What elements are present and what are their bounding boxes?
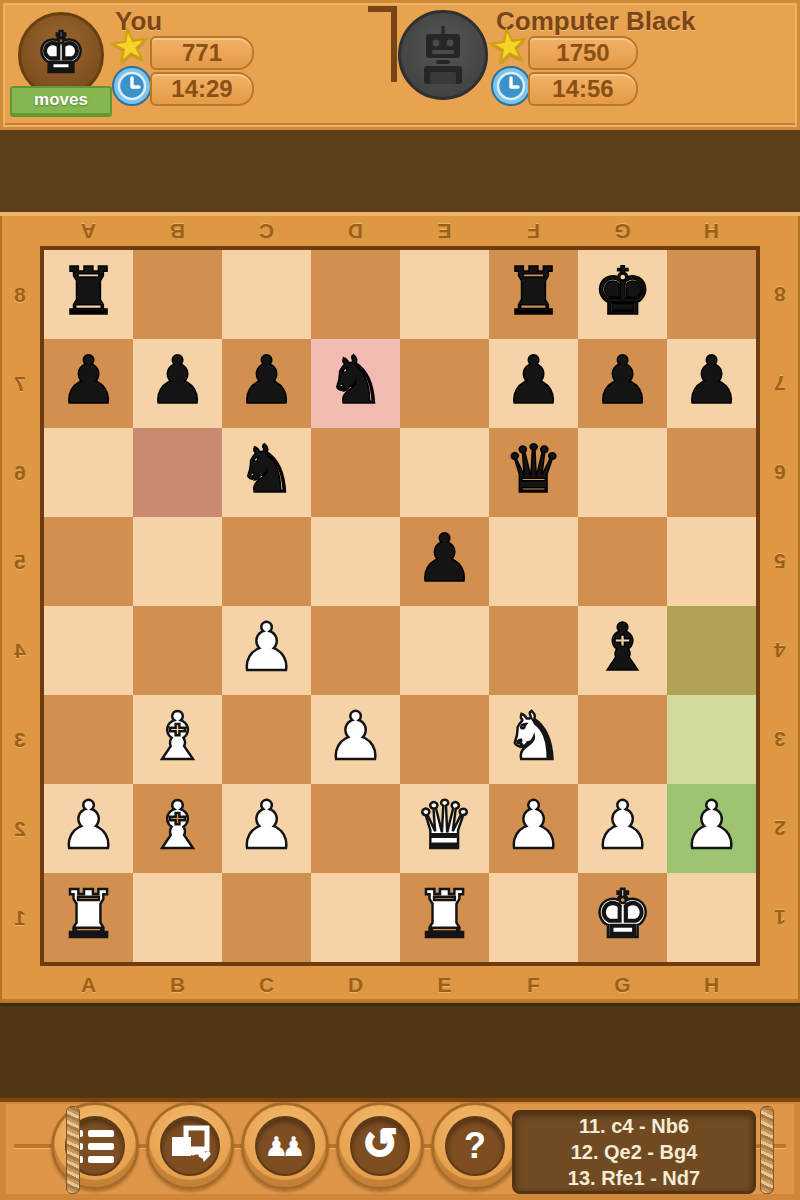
player-bar: ♚ moves You ★ 771 14:29 Computer <box>0 0 800 130</box>
square-a5[interactable] <box>44 517 133 606</box>
black-rating: 1750 <box>528 36 638 70</box>
square-e7[interactable] <box>400 339 489 428</box>
square-h4[interactable] <box>667 606 756 695</box>
move-list: 11. c4 - Nb612. Qe2 - Bg413. Rfe1 - Nd7 <box>512 1110 756 1194</box>
piece-black-pawn[interactable]: ♟ <box>237 348 296 414</box>
chess-board-frame: AABBCCDDEEFFGGHH8877665544332211 ♜♜♚♟♟♟♞… <box>0 212 800 1003</box>
square-f4[interactable] <box>489 606 578 695</box>
rank-label-left-3: 3 <box>0 695 40 784</box>
move-list-entry: 12. Qe2 - Bg4 <box>515 1139 753 1165</box>
rank-label-left-2: 2 <box>0 784 40 873</box>
square-h5[interactable] <box>667 517 756 606</box>
piece-white-king[interactable]: ♚ <box>593 882 652 948</box>
square-e8[interactable] <box>400 250 489 339</box>
square-f6[interactable]: ♛ <box>489 428 578 517</box>
square-b2[interactable]: ♝ <box>133 784 222 873</box>
square-c3[interactable] <box>222 695 311 784</box>
rank-label-left-5: 5 <box>0 517 40 606</box>
square-g5[interactable] <box>578 517 667 606</box>
piece-black-king[interactable]: ♚ <box>593 259 652 325</box>
square-e1[interactable]: ♜ <box>400 873 489 962</box>
square-c4[interactable]: ♟ <box>222 606 311 695</box>
square-d1[interactable] <box>311 873 400 962</box>
square-d8[interactable] <box>311 250 400 339</box>
move-list-entry: 13. Rfe1 - Nd7 <box>515 1165 753 1191</box>
file-label-top-h: H <box>667 216 756 246</box>
square-e5[interactable]: ♟ <box>400 517 489 606</box>
piece-black-pawn[interactable]: ♟ <box>593 348 652 414</box>
file-label-bottom-g: G <box>578 970 667 1000</box>
square-g1[interactable]: ♚ <box>578 873 667 962</box>
file-label-top-c: C <box>222 216 311 246</box>
rank-label-right-6: 6 <box>760 428 800 517</box>
star-icon: ★ <box>486 21 531 70</box>
piece-black-pawn[interactable]: ♟ <box>504 348 563 414</box>
piece-white-bishop[interactable]: ♝ <box>148 704 207 770</box>
pawns-icon: ♟♟ <box>264 1133 305 1160</box>
piece-black-rook[interactable]: ♜ <box>59 259 118 325</box>
rank-label-right-7: 7 <box>760 339 800 428</box>
black-player-avatar <box>398 10 488 100</box>
square-f2[interactable]: ♟ <box>489 784 578 873</box>
white-clock: 14:29 <box>150 72 254 106</box>
rope-decoration <box>760 1106 774 1194</box>
square-b6[interactable] <box>133 428 222 517</box>
rank-label-right-8: 8 <box>760 250 800 339</box>
flip-board-button-face <box>160 1116 220 1176</box>
square-b8[interactable] <box>133 250 222 339</box>
square-h7[interactable]: ♟ <box>667 339 756 428</box>
rank-label-right-2: 2 <box>760 784 800 873</box>
pieces-button[interactable]: ♟♟ <box>241 1102 329 1190</box>
square-h8[interactable] <box>667 250 756 339</box>
square-c6[interactable]: ♞ <box>222 428 311 517</box>
piece-white-pawn[interactable]: ♟ <box>504 793 563 859</box>
square-a8[interactable]: ♜ <box>44 250 133 339</box>
lower-dark-band <box>0 1003 800 1098</box>
file-label-top-f: F <box>489 216 578 246</box>
file-label-bottom-f: F <box>489 970 578 1000</box>
help-button[interactable]: ? <box>431 1102 519 1190</box>
undo-button[interactable]: ↺ <box>336 1102 424 1190</box>
square-g2[interactable]: ♟ <box>578 784 667 873</box>
help-button-face: ? <box>445 1116 505 1176</box>
piece-white-queen[interactable]: ♛ <box>415 793 474 859</box>
moves-badge: moves <box>10 86 112 117</box>
list-icon <box>76 1130 114 1163</box>
square-a2[interactable]: ♟ <box>44 784 133 873</box>
piece-white-pawn[interactable]: ♟ <box>593 793 652 859</box>
move-list-entry: 11. c4 - Nb6 <box>515 1113 753 1139</box>
file-label-top-e: E <box>400 216 489 246</box>
panel-divider <box>391 6 397 82</box>
square-d2[interactable] <box>311 784 400 873</box>
rank-label-left-6: 6 <box>0 428 40 517</box>
square-d3[interactable]: ♟ <box>311 695 400 784</box>
square-d6[interactable] <box>311 428 400 517</box>
square-h1[interactable] <box>667 873 756 962</box>
file-label-top-a: A <box>44 216 133 246</box>
square-a6[interactable] <box>44 428 133 517</box>
menu-button[interactable] <box>51 1102 139 1190</box>
piece-black-pawn[interactable]: ♟ <box>415 526 474 592</box>
square-d4[interactable] <box>311 606 400 695</box>
rank-label-left-8: 8 <box>0 250 40 339</box>
square-a4[interactable] <box>44 606 133 695</box>
white-king-avatar-icon: ♚ <box>36 25 86 81</box>
piece-white-pawn[interactable]: ♟ <box>237 793 296 859</box>
square-f1[interactable] <box>489 873 578 962</box>
piece-black-queen[interactable]: ♛ <box>504 437 563 503</box>
square-d5[interactable] <box>311 517 400 606</box>
undo-button-face: ↺ <box>350 1116 410 1176</box>
rank-label-left-7: 7 <box>0 339 40 428</box>
square-e3[interactable] <box>400 695 489 784</box>
file-label-bottom-a: A <box>44 970 133 1000</box>
file-label-bottom-h: H <box>667 970 756 1000</box>
robot-icon <box>414 24 472 86</box>
square-a7[interactable]: ♟ <box>44 339 133 428</box>
rank-label-left-1: 1 <box>0 873 40 962</box>
square-a1[interactable]: ♜ <box>44 873 133 962</box>
piece-black-knight[interactable]: ♞ <box>237 437 296 503</box>
bottom-toolbar: ♟♟ ↺ ? 11. c4 - Nb612. Qe2 - Bg413. Rfe1… <box>0 1098 800 1200</box>
piece-black-pawn[interactable]: ♟ <box>148 348 207 414</box>
square-e6[interactable] <box>400 428 489 517</box>
square-a3[interactable] <box>44 695 133 784</box>
piece-black-pawn[interactable]: ♟ <box>59 348 118 414</box>
piece-black-knight[interactable]: ♞ <box>326 348 385 414</box>
square-c1[interactable] <box>222 873 311 962</box>
black-clock: 14:56 <box>528 72 638 106</box>
square-c7[interactable]: ♟ <box>222 339 311 428</box>
square-b7[interactable]: ♟ <box>133 339 222 428</box>
square-c8[interactable] <box>222 250 311 339</box>
square-f7[interactable]: ♟ <box>489 339 578 428</box>
square-h3[interactable] <box>667 695 756 784</box>
piece-white-pawn[interactable]: ♟ <box>326 704 385 770</box>
piece-white-rook[interactable]: ♜ <box>415 882 474 948</box>
pieces-button-face: ♟♟ <box>255 1116 315 1176</box>
file-label-bottom-b: B <box>133 970 222 1000</box>
star-icon: ★ <box>107 21 152 70</box>
square-g7[interactable]: ♟ <box>578 339 667 428</box>
rank-label-right-3: 3 <box>760 695 800 784</box>
flip-board-button[interactable] <box>146 1102 234 1190</box>
piece-black-bishop[interactable]: ♝ <box>593 615 652 681</box>
upper-dark-band <box>0 130 800 212</box>
file-label-bottom-e: E <box>400 970 489 1000</box>
file-label-top-b: B <box>133 216 222 246</box>
piece-white-rook[interactable]: ♜ <box>59 882 118 948</box>
square-f8[interactable]: ♜ <box>489 250 578 339</box>
file-label-top-g: G <box>578 216 667 246</box>
piece-white-pawn[interactable]: ♟ <box>59 793 118 859</box>
rank-label-right-1: 1 <box>760 873 800 962</box>
undo-icon: ↺ <box>362 1123 397 1165</box>
file-label-bottom-c: C <box>222 970 311 1000</box>
square-d7[interactable]: ♞ <box>311 339 400 428</box>
clock-icon <box>112 66 152 106</box>
file-label-top-d: D <box>311 216 400 246</box>
square-b4[interactable] <box>133 606 222 695</box>
file-label-bottom-d: D <box>311 970 400 1000</box>
square-e4[interactable] <box>400 606 489 695</box>
square-h6[interactable] <box>667 428 756 517</box>
piece-black-rook[interactable]: ♜ <box>504 259 563 325</box>
square-c2[interactable]: ♟ <box>222 784 311 873</box>
rope-decoration <box>66 1106 80 1194</box>
piece-black-pawn[interactable]: ♟ <box>682 348 741 414</box>
square-b1[interactable] <box>133 873 222 962</box>
rank-label-right-5: 5 <box>760 517 800 606</box>
square-e2[interactable]: ♛ <box>400 784 489 873</box>
question-icon: ? <box>464 1128 486 1164</box>
square-c5[interactable] <box>222 517 311 606</box>
square-g4[interactable]: ♝ <box>578 606 667 695</box>
square-b3[interactable]: ♝ <box>133 695 222 784</box>
square-b5[interactable] <box>133 517 222 606</box>
chess-app: ♚ moves You ★ 771 14:29 Computer <box>0 0 800 1200</box>
rank-label-left-4: 4 <box>0 606 40 695</box>
piece-white-pawn[interactable]: ♟ <box>237 615 296 681</box>
flip-icon <box>169 1125 211 1167</box>
square-g8[interactable]: ♚ <box>578 250 667 339</box>
square-g6[interactable] <box>578 428 667 517</box>
piece-white-pawn[interactable]: ♟ <box>682 793 741 859</box>
clock-icon <box>491 66 531 106</box>
piece-white-bishop[interactable]: ♝ <box>148 793 207 859</box>
square-h2[interactable]: ♟ <box>667 784 756 873</box>
square-f3[interactable]: ♞ <box>489 695 578 784</box>
piece-white-knight[interactable]: ♞ <box>504 704 563 770</box>
chess-board: ♜♜♚♟♟♟♞♟♟♟♞♛♟♟♝♝♟♞♟♝♟♛♟♟♟♜♜♚ <box>40 246 760 966</box>
white-rating: 771 <box>150 36 254 70</box>
rank-label-right-4: 4 <box>760 606 800 695</box>
square-g3[interactable] <box>578 695 667 784</box>
square-f5[interactable] <box>489 517 578 606</box>
